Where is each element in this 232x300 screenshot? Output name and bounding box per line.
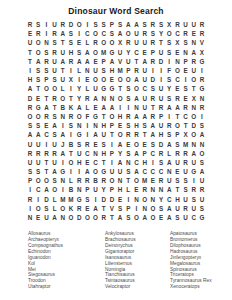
grid-cell[interactable]: Y (75, 84, 83, 93)
grid-cell[interactable]: C (182, 112, 190, 121)
grid-cell[interactable]: I (190, 176, 198, 185)
grid-cell[interactable]: R (182, 158, 190, 167)
grid-cell[interactable]: U (116, 167, 124, 176)
grid-cell[interactable]: G (108, 84, 116, 93)
grid-cell[interactable]: E (124, 139, 132, 148)
grid-cell[interactable]: U (141, 75, 149, 84)
grid-cell[interactable]: O (34, 112, 42, 121)
grid-cell[interactable]: U (198, 176, 206, 185)
grid-cell[interactable]: X (173, 38, 181, 47)
grid-cell[interactable]: R (157, 103, 165, 112)
grid-cell[interactable]: S (190, 195, 198, 204)
grid-cell[interactable]: N (141, 204, 149, 213)
grid-cell[interactable]: A (132, 167, 140, 176)
grid-cell[interactable]: D (100, 195, 108, 204)
grid-cell[interactable]: R (75, 176, 83, 185)
grid-cell[interactable]: C (149, 167, 157, 176)
grid-cell[interactable]: T (100, 158, 108, 167)
grid-cell[interactable]: O (42, 84, 50, 93)
grid-cell[interactable]: U (91, 185, 99, 194)
grid-cell[interactable]: N (75, 185, 83, 194)
grid-cell[interactable]: O (116, 94, 124, 103)
grid-cell[interactable]: R (149, 94, 157, 103)
grid-cell[interactable]: S (198, 121, 206, 130)
grid-cell[interactable]: S (26, 121, 34, 130)
grid-cell[interactable]: U (42, 213, 50, 222)
grid-cell[interactable]: S (75, 48, 83, 57)
grid-cell[interactable]: C (132, 48, 140, 57)
grid-cell[interactable]: A (141, 112, 149, 121)
grid-cell[interactable]: M (59, 195, 67, 204)
grid-cell[interactable]: I (75, 167, 83, 176)
grid-cell[interactable]: S (157, 20, 165, 29)
grid-cell[interactable]: Y (165, 84, 173, 93)
grid-cell[interactable]: O (132, 84, 140, 93)
grid-cell[interactable]: A (51, 167, 59, 176)
grid-cell[interactable]: A (149, 130, 157, 139)
grid-cell[interactable]: U (59, 48, 67, 57)
grid-cell[interactable]: U (141, 66, 149, 75)
grid-cell[interactable]: I (83, 121, 91, 130)
grid-cell[interactable]: Y (157, 195, 165, 204)
grid-cell[interactable]: B (67, 139, 75, 148)
grid-cell[interactable]: A (132, 20, 140, 29)
grid-cell[interactable]: A (165, 158, 173, 167)
grid-cell[interactable]: I (67, 84, 75, 93)
grid-cell[interactable]: N (100, 94, 108, 103)
grid-cell[interactable]: R (149, 112, 157, 121)
grid-cell[interactable]: N (165, 167, 173, 176)
grid-cell[interactable]: R (75, 204, 83, 213)
grid-cell[interactable]: R (51, 94, 59, 103)
grid-cell[interactable]: C (91, 158, 99, 167)
grid-cell[interactable]: R (173, 149, 181, 158)
grid-cell[interactable]: I (67, 167, 75, 176)
grid-cell[interactable]: G (100, 167, 108, 176)
grid-cell[interactable]: S (75, 139, 83, 148)
grid-cell[interactable]: N (190, 103, 198, 112)
grid-cell[interactable]: S (173, 139, 181, 148)
grid-cell[interactable]: L (51, 204, 59, 213)
grid-cell[interactable]: X (67, 75, 75, 84)
grid-cell[interactable]: I (42, 29, 50, 38)
grid-cell[interactable]: U (26, 139, 34, 148)
grid-cell[interactable]: E (83, 75, 91, 84)
grid-cell[interactable]: R (26, 149, 34, 158)
grid-cell[interactable]: I (157, 75, 165, 84)
grid-cell[interactable]: U (141, 94, 149, 103)
grid-cell[interactable]: R (141, 185, 149, 194)
grid-cell[interactable]: E (42, 121, 50, 130)
grid-cell[interactable]: U (182, 195, 190, 204)
grid-cell[interactable]: R (149, 20, 157, 29)
grid-cell[interactable]: O (34, 204, 42, 213)
grid-cell[interactable]: O (132, 139, 140, 148)
grid-cell[interactable]: A (124, 20, 132, 29)
grid-cell[interactable]: S (124, 121, 132, 130)
grid-cell[interactable]: I (108, 139, 116, 148)
grid-cell[interactable]: X (116, 38, 124, 47)
grid-cell[interactable]: H (173, 195, 181, 204)
grid-cell[interactable]: A (51, 213, 59, 222)
grid-cell[interactable]: I (124, 103, 132, 112)
grid-cell[interactable]: H (26, 75, 34, 84)
grid-cell[interactable]: U (173, 158, 181, 167)
grid-cell[interactable]: S (149, 84, 157, 93)
grid-cell[interactable]: S (51, 130, 59, 139)
grid-cell[interactable]: O (51, 185, 59, 194)
grid-cell[interactable]: U (182, 167, 190, 176)
grid-cell[interactable]: O (75, 20, 83, 29)
grid-cell[interactable]: L (165, 149, 173, 158)
grid-cell[interactable]: B (91, 176, 99, 185)
grid-cell[interactable]: U (157, 121, 165, 130)
grid-cell[interactable]: O (116, 75, 124, 84)
grid-cell[interactable]: P (149, 48, 157, 57)
grid-cell[interactable]: N (190, 139, 198, 148)
grid-cell[interactable]: N (75, 121, 83, 130)
grid-cell[interactable]: L (51, 195, 59, 204)
grid-cell[interactable]: T (108, 130, 116, 139)
grid-cell[interactable]: R (198, 20, 206, 29)
grid-cell[interactable]: N (190, 38, 198, 47)
grid-cell[interactable]: I (59, 158, 67, 167)
grid-cell[interactable]: S (182, 176, 190, 185)
grid-cell[interactable]: U (34, 158, 42, 167)
grid-cell[interactable]: U (157, 84, 165, 93)
grid-cell[interactable]: T (182, 121, 190, 130)
grid-cell[interactable]: H (157, 130, 165, 139)
grid-cell[interactable]: I (83, 20, 91, 29)
grid-cell[interactable]: O (42, 176, 50, 185)
grid-cell[interactable]: T (59, 66, 67, 75)
grid-cell[interactable]: R (132, 66, 140, 75)
grid-cell[interactable]: G (75, 130, 83, 139)
grid-cell[interactable]: R (34, 149, 42, 158)
grid-cell[interactable]: R (198, 75, 206, 84)
grid-cell[interactable]: E (91, 57, 99, 66)
grid-cell[interactable]: O (149, 213, 157, 222)
grid-cell[interactable]: N (59, 213, 67, 222)
grid-cell[interactable]: P (108, 121, 116, 130)
grid-cell[interactable]: R (182, 103, 190, 112)
grid-cell[interactable]: C (157, 167, 165, 176)
grid-cell[interactable]: L (83, 38, 91, 47)
grid-cell[interactable]: P (173, 130, 181, 139)
grid-cell[interactable]: O (190, 130, 198, 139)
grid-cell[interactable]: C (165, 195, 173, 204)
grid-cell[interactable]: T (132, 57, 140, 66)
grid-cell[interactable]: A (42, 185, 50, 194)
grid-cell[interactable]: S (116, 20, 124, 29)
grid-cell[interactable]: T (26, 48, 34, 57)
grid-cell[interactable]: U (91, 66, 99, 75)
grid-cell[interactable]: T (116, 84, 124, 93)
grid-cell[interactable]: O (141, 195, 149, 204)
grid-cell[interactable]: U (124, 57, 132, 66)
grid-cell[interactable]: E (108, 75, 116, 84)
grid-cell[interactable]: O (91, 29, 99, 38)
grid-cell[interactable]: N (91, 121, 99, 130)
grid-cell[interactable]: A (34, 130, 42, 139)
grid-cell[interactable]: I (165, 57, 173, 66)
grid-cell[interactable]: R (124, 112, 132, 121)
grid-cell[interactable]: U (51, 20, 59, 29)
grid-cell[interactable]: O (132, 176, 140, 185)
grid-cell[interactable]: S (42, 204, 50, 213)
grid-cell[interactable]: A (75, 57, 83, 66)
grid-cell[interactable]: B (59, 103, 67, 112)
grid-cell[interactable]: T (67, 149, 75, 158)
grid-cell[interactable]: R (26, 103, 34, 112)
grid-cell[interactable]: N (116, 176, 124, 185)
grid-cell[interactable]: Y (116, 149, 124, 158)
grid-cell[interactable]: M (116, 66, 124, 75)
grid-cell[interactable]: S (182, 84, 190, 93)
grid-cell[interactable]: U (51, 158, 59, 167)
grid-cell[interactable]: A (116, 29, 124, 38)
grid-cell[interactable]: O (100, 38, 108, 47)
grid-cell[interactable]: L (124, 185, 132, 194)
grid-cell[interactable]: P (108, 20, 116, 29)
grid-cell[interactable]: D (149, 75, 157, 84)
grid-cell[interactable]: O (124, 29, 132, 38)
grid-cell[interactable]: N (124, 158, 132, 167)
grid-cell[interactable]: S (100, 66, 108, 75)
grid-cell[interactable]: E (116, 195, 124, 204)
grid-cell[interactable]: A (51, 121, 59, 130)
grid-cell[interactable]: O (132, 213, 140, 222)
grid-cell[interactable]: G (108, 48, 116, 57)
grid-cell[interactable]: A (91, 204, 99, 213)
grid-cell[interactable]: A (108, 57, 116, 66)
grid-cell[interactable]: R (83, 94, 91, 103)
grid-cell[interactable]: Y (75, 94, 83, 103)
grid-cell[interactable]: A (91, 94, 99, 103)
grid-cell[interactable]: R (51, 149, 59, 158)
grid-cell[interactable]: S (26, 167, 34, 176)
grid-cell[interactable]: L (75, 66, 83, 75)
grid-cell[interactable]: C (141, 84, 149, 93)
grid-cell[interactable]: A (165, 213, 173, 222)
grid-cell[interactable]: O (173, 121, 181, 130)
grid-cell[interactable]: A (116, 139, 124, 148)
grid-cell[interactable]: R (182, 204, 190, 213)
grid-cell[interactable]: N (132, 103, 140, 112)
grid-cell[interactable]: O (34, 176, 42, 185)
grid-cell[interactable]: A (26, 130, 34, 139)
grid-cell[interactable]: E (173, 48, 181, 57)
grid-cell[interactable]: R (157, 176, 165, 185)
grid-cell[interactable]: I (26, 204, 34, 213)
grid-cell[interactable]: R (141, 29, 149, 38)
grid-cell[interactable]: P (108, 149, 116, 158)
grid-cell[interactable]: V (198, 38, 206, 47)
grid-cell[interactable]: P (83, 185, 91, 194)
grid-cell[interactable]: U (51, 66, 59, 75)
grid-cell[interactable]: X (198, 48, 206, 57)
grid-cell[interactable]: D (157, 57, 165, 66)
grid-cell[interactable]: U (190, 158, 198, 167)
grid-cell[interactable]: H (116, 112, 124, 121)
grid-cell[interactable]: S (157, 158, 165, 167)
grid-cell[interactable]: R (157, 149, 165, 158)
grid-cell[interactable]: S (67, 121, 75, 130)
grid-cell[interactable]: T (51, 103, 59, 112)
grid-cell[interactable]: O (34, 48, 42, 57)
grid-cell[interactable]: O (116, 130, 124, 139)
grid-cell[interactable]: U (132, 38, 140, 47)
grid-cell[interactable]: U (157, 48, 165, 57)
grid-cell[interactable]: S (124, 167, 132, 176)
grid-cell[interactable]: A (149, 121, 157, 130)
grid-cell[interactable]: R (67, 57, 75, 66)
grid-cell[interactable]: X (190, 94, 198, 103)
grid-cell[interactable]: I (83, 130, 91, 139)
grid-cell[interactable]: A (83, 48, 91, 57)
grid-cell[interactable]: G (59, 167, 67, 176)
grid-cell[interactable]: T (42, 167, 50, 176)
grid-cell[interactable]: A (59, 130, 67, 139)
grid-cell[interactable]: I (157, 66, 165, 75)
grid-cell[interactable]: S (51, 112, 59, 121)
grid-cell[interactable]: S (91, 20, 99, 29)
grid-cell[interactable]: T (34, 84, 42, 93)
grid-cell[interactable]: S (173, 176, 181, 185)
grid-cell[interactable]: D (42, 195, 50, 204)
grid-cell[interactable]: T (190, 84, 198, 93)
grid-cell[interactable]: M (100, 48, 108, 57)
grid-cell[interactable]: H (67, 48, 75, 57)
grid-cell[interactable]: E (91, 103, 99, 112)
grid-cell[interactable]: T (59, 38, 67, 47)
grid-cell[interactable]: I (75, 75, 83, 84)
grid-cell[interactable]: M (182, 139, 190, 148)
grid-cell[interactable]: N (149, 185, 157, 194)
grid-cell[interactable]: O (91, 167, 99, 176)
grid-cell[interactable]: E (26, 29, 34, 38)
grid-cell[interactable]: K (67, 204, 75, 213)
grid-cell[interactable]: U (51, 57, 59, 66)
grid-cell[interactable]: P (108, 185, 116, 194)
grid-cell[interactable]: I (149, 66, 157, 75)
grid-cell[interactable]: N (173, 57, 181, 66)
grid-cell[interactable]: C (83, 29, 91, 38)
grid-cell[interactable]: R (182, 149, 190, 158)
grid-cell[interactable]: N (108, 94, 116, 103)
grid-cell[interactable]: S (34, 121, 42, 130)
grid-cell[interactable]: S (165, 75, 173, 84)
grid-cell[interactable]: O (108, 112, 116, 121)
grid-cell[interactable]: O (67, 213, 75, 222)
grid-cell[interactable]: U (190, 66, 198, 75)
grid-cell[interactable]: C (149, 149, 157, 158)
grid-cell[interactable]: S (124, 213, 132, 222)
grid-cell[interactable]: A (165, 139, 173, 148)
grid-cell[interactable]: S (51, 176, 59, 185)
grid-cell[interactable]: T (157, 38, 165, 47)
grid-cell[interactable]: R (34, 29, 42, 38)
grid-cell[interactable]: S (42, 66, 50, 75)
grid-cell[interactable]: D (67, 20, 75, 29)
grid-cell[interactable]: A (198, 130, 206, 139)
grid-cell[interactable]: R (149, 38, 157, 47)
grid-cell[interactable]: U (116, 48, 124, 57)
grid-cell[interactable]: P (26, 176, 34, 185)
grid-cell[interactable]: S (116, 204, 124, 213)
grid-cell[interactable]: I (42, 139, 50, 148)
grid-cell[interactable]: G (198, 57, 206, 66)
grid-cell[interactable]: S (182, 185, 190, 194)
grid-cell[interactable]: O (149, 204, 157, 213)
grid-cell[interactable]: T (149, 103, 157, 112)
grid-cell[interactable]: A (34, 57, 42, 66)
grid-cell[interactable]: S (149, 139, 157, 148)
grid-cell[interactable]: A (173, 103, 181, 112)
grid-cell[interactable]: E (75, 38, 83, 47)
grid-cell[interactable]: A (132, 94, 140, 103)
grid-cell[interactable]: N (157, 185, 165, 194)
grid-cell[interactable]: Y (100, 185, 108, 194)
grid-cell[interactable]: N (182, 48, 190, 57)
grid-cell[interactable]: O (108, 176, 116, 185)
grid-cell[interactable]: R (198, 103, 206, 112)
grid-cell[interactable]: U (59, 75, 67, 84)
grid-cell[interactable]: R (132, 130, 140, 139)
grid-cell[interactable]: R (198, 185, 206, 194)
grid-cell[interactable]: V (108, 204, 116, 213)
grid-cell[interactable]: A (116, 158, 124, 167)
grid-cell[interactable]: E (182, 66, 190, 75)
grid-cell[interactable]: H (141, 158, 149, 167)
grid-cell[interactable]: S (34, 167, 42, 176)
grid-cell[interactable]: R (173, 20, 181, 29)
grid-cell[interactable]: L (83, 84, 91, 93)
grid-cell[interactable]: I (149, 158, 157, 167)
grid-cell[interactable]: I (132, 204, 140, 213)
grid-cell[interactable]: E (132, 185, 140, 194)
grid-cell[interactable]: C (42, 130, 50, 139)
grid-cell[interactable]: C (190, 213, 198, 222)
grid-cell[interactable]: O (190, 112, 198, 121)
grid-cell[interactable]: A (59, 29, 67, 38)
grid-cell[interactable]: H (108, 66, 116, 75)
grid-cell[interactable]: A (83, 57, 91, 66)
grid-cell[interactable]: R (42, 112, 50, 121)
grid-cell[interactable]: E (34, 213, 42, 222)
grid-cell[interactable]: N (59, 112, 67, 121)
grid-cell[interactable]: I (165, 112, 173, 121)
grid-cell[interactable]: S (198, 204, 206, 213)
grid-cell[interactable]: I (91, 195, 99, 204)
grid-cell[interactable]: I (26, 185, 34, 194)
grid-cell[interactable]: G (198, 84, 206, 93)
grid-cell[interactable]: O (165, 29, 173, 38)
grid-cell[interactable]: O (100, 75, 108, 84)
grid-cell[interactable]: G (190, 167, 198, 176)
grid-cell[interactable]: S (108, 29, 116, 38)
grid-cell[interactable]: O (51, 84, 59, 93)
grid-cell[interactable]: C (100, 29, 108, 38)
grid-cell[interactable]: S (51, 75, 59, 84)
grid-cell[interactable]: S (173, 213, 181, 222)
grid-cell[interactable]: A (165, 185, 173, 194)
grid-cell[interactable]: A (83, 167, 91, 176)
grid-cell[interactable]: S (198, 158, 206, 167)
grid-cell[interactable]: I (67, 130, 75, 139)
grid-cell[interactable]: S (42, 48, 50, 57)
grid-cell[interactable]: U (141, 103, 149, 112)
